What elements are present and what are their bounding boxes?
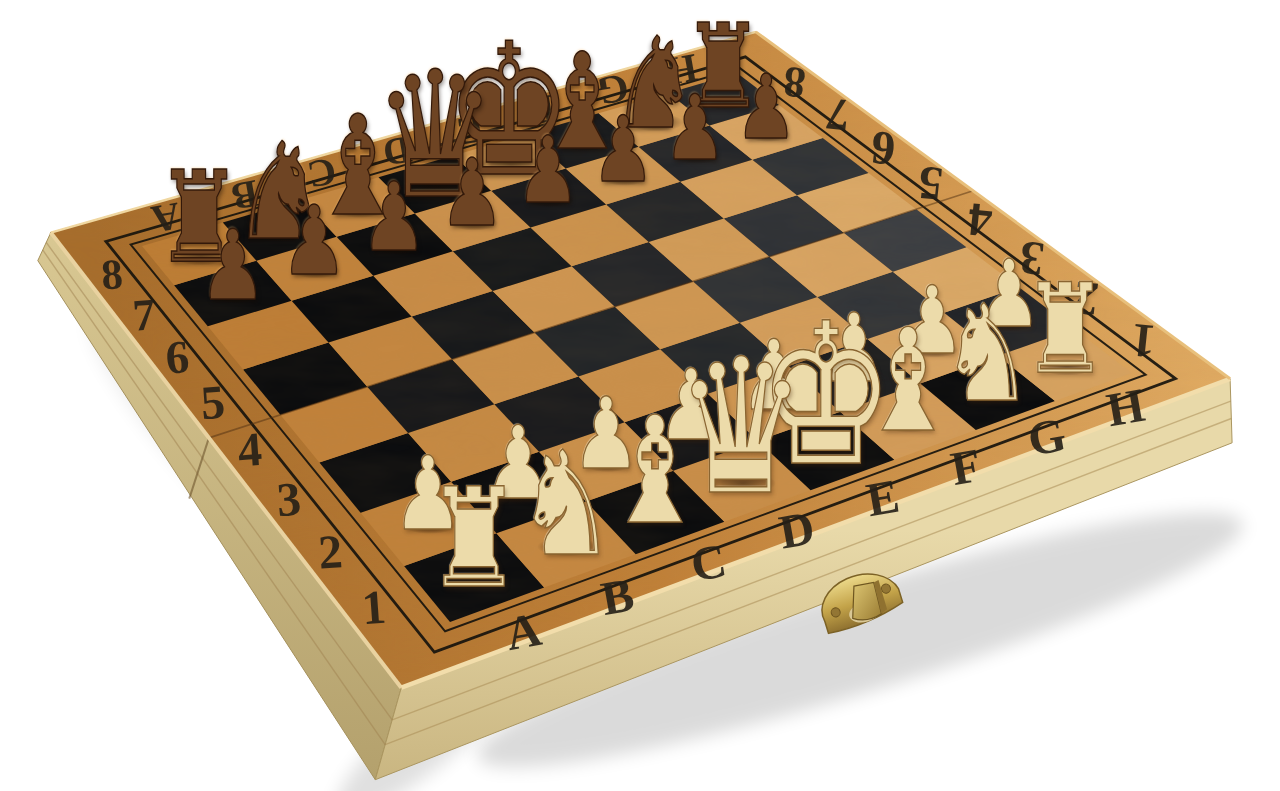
rank-label-left-3: 3 <box>275 472 303 527</box>
board-surface: AABBCCDDEEFFGGHH1122334455667788 <box>0 0 1280 791</box>
rank-label-left-1: 1 <box>360 580 388 635</box>
chess-set-photo: AABBCCDDEEFFGGHH1122334455667788 ♜♞♝♛♚♝♞… <box>0 0 1280 791</box>
rank-label-left-8: 8 <box>100 250 125 298</box>
rank-label-left-7: 7 <box>131 289 157 340</box>
rank-label-left-4: 4 <box>236 422 264 477</box>
rank-label-left-5: 5 <box>199 375 227 430</box>
rank-label-left-6: 6 <box>164 330 191 384</box>
rank-label-left-2: 2 <box>316 524 344 579</box>
